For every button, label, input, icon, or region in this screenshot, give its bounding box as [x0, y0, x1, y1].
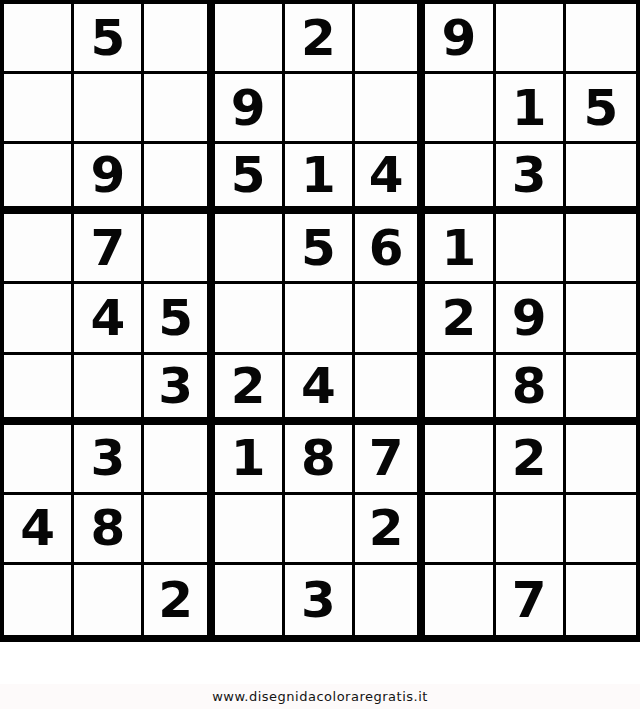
cell-r3c1[interactable]	[4, 144, 74, 214]
cell-r1c6[interactable]	[355, 4, 425, 74]
cell-r2c1[interactable]	[4, 74, 74, 144]
cell-r6c7[interactable]	[425, 355, 495, 425]
cell-r3c2: 9	[74, 144, 144, 214]
cell-r5c5[interactable]	[285, 284, 355, 354]
cell-r6c4: 2	[215, 355, 285, 425]
cell-r7c1[interactable]	[4, 425, 74, 495]
cell-r6c8: 8	[496, 355, 566, 425]
cell-r5c1[interactable]	[4, 284, 74, 354]
cell-r9c4[interactable]	[215, 565, 285, 635]
cell-r6c2[interactable]	[74, 355, 144, 425]
cell-r4c3[interactable]	[144, 214, 214, 284]
cell-r1c9[interactable]	[566, 4, 636, 74]
cell-r1c1[interactable]	[4, 4, 74, 74]
cell-r6c9[interactable]	[566, 355, 636, 425]
cell-r2c4: 9	[215, 74, 285, 144]
cell-r3c9[interactable]	[566, 144, 636, 214]
cell-r9c2[interactable]	[74, 565, 144, 635]
cell-r9c5: 3	[285, 565, 355, 635]
cell-r8c9[interactable]	[566, 495, 636, 565]
cell-r5c3: 5	[144, 284, 214, 354]
cell-r3c5: 1	[285, 144, 355, 214]
cell-r8c8[interactable]	[496, 495, 566, 565]
cell-r1c4[interactable]	[215, 4, 285, 74]
cell-r8c6: 2	[355, 495, 425, 565]
cell-r4c6: 6	[355, 214, 425, 284]
cell-r2c9: 5	[566, 74, 636, 144]
cell-r2c6[interactable]	[355, 74, 425, 144]
cell-r7c9[interactable]	[566, 425, 636, 495]
cell-r7c8: 2	[496, 425, 566, 495]
cell-r2c8: 1	[496, 74, 566, 144]
cell-r1c2: 5	[74, 4, 144, 74]
cell-r7c7[interactable]	[425, 425, 495, 495]
cell-r5c9[interactable]	[566, 284, 636, 354]
cell-r2c2[interactable]	[74, 74, 144, 144]
cell-r8c7[interactable]	[425, 495, 495, 565]
cell-r9c9[interactable]	[566, 565, 636, 635]
cell-r7c5: 8	[285, 425, 355, 495]
cell-r5c7: 2	[425, 284, 495, 354]
cell-r7c3[interactable]	[144, 425, 214, 495]
cell-r4c7: 1	[425, 214, 495, 284]
cell-r4c9[interactable]	[566, 214, 636, 284]
cell-r4c5: 5	[285, 214, 355, 284]
cell-r2c5[interactable]	[285, 74, 355, 144]
cell-r3c4: 5	[215, 144, 285, 214]
cell-r8c4[interactable]	[215, 495, 285, 565]
cell-r8c5[interactable]	[285, 495, 355, 565]
cell-r8c1: 4	[4, 495, 74, 565]
cell-r5c2: 4	[74, 284, 144, 354]
cell-r4c4[interactable]	[215, 214, 285, 284]
cell-r9c1[interactable]	[4, 565, 74, 635]
cell-r1c5: 2	[285, 4, 355, 74]
cell-r2c3[interactable]	[144, 74, 214, 144]
cell-r2c7[interactable]	[425, 74, 495, 144]
cell-r9c6[interactable]	[355, 565, 425, 635]
cell-r5c6[interactable]	[355, 284, 425, 354]
cell-r6c5: 4	[285, 355, 355, 425]
sudoku-board: 5299159514375614529324831872482237	[0, 0, 640, 642]
cell-r3c3[interactable]	[144, 144, 214, 214]
cell-r9c3: 2	[144, 565, 214, 635]
cell-r6c6[interactable]	[355, 355, 425, 425]
cell-r3c8: 3	[496, 144, 566, 214]
cell-r1c8[interactable]	[496, 4, 566, 74]
cell-r6c1[interactable]	[4, 355, 74, 425]
page: 5299159514375614529324831872482237 www.d…	[0, 0, 640, 709]
cell-r6c3: 3	[144, 355, 214, 425]
cell-r4c8[interactable]	[496, 214, 566, 284]
cell-r9c8: 7	[496, 565, 566, 635]
watermark-band: www.disegnidacoloraregratis.it	[0, 684, 640, 709]
cell-r5c4[interactable]	[215, 284, 285, 354]
cell-r8c3[interactable]	[144, 495, 214, 565]
cell-r3c6: 4	[355, 144, 425, 214]
cell-r3c7[interactable]	[425, 144, 495, 214]
cell-r1c3[interactable]	[144, 4, 214, 74]
cell-r4c1[interactable]	[4, 214, 74, 284]
cell-r7c2: 3	[74, 425, 144, 495]
cell-r5c8: 9	[496, 284, 566, 354]
cell-r7c6: 7	[355, 425, 425, 495]
cell-r8c2: 8	[74, 495, 144, 565]
cell-r7c4: 1	[215, 425, 285, 495]
cell-r9c7[interactable]	[425, 565, 495, 635]
cell-r4c2: 7	[74, 214, 144, 284]
watermark-url: www.disegnidacoloraregratis.it	[212, 689, 428, 704]
cell-r1c7: 9	[425, 4, 495, 74]
